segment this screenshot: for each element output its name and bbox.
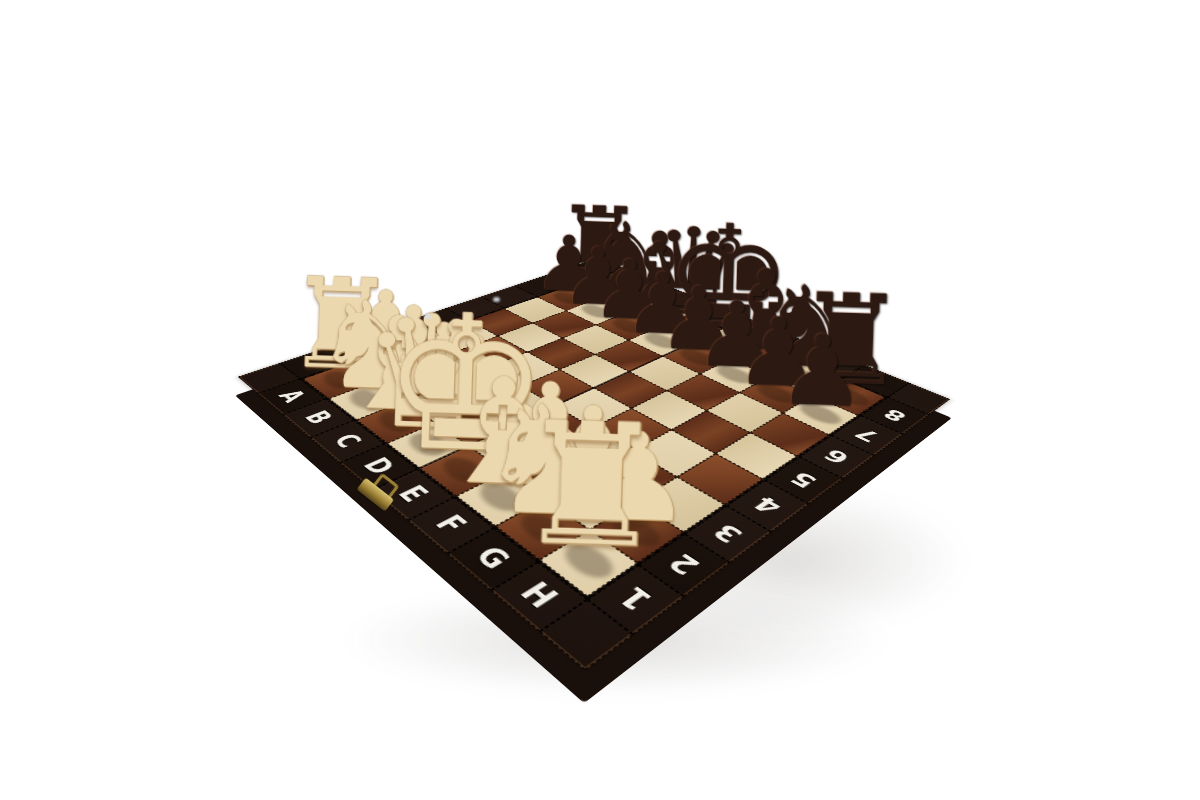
black-pawn-icon: ♟ — [777, 321, 868, 422]
hinge-glint — [493, 297, 500, 302]
hinge-glint — [424, 314, 431, 319]
white-rook-icon: ♜ — [513, 398, 670, 572]
